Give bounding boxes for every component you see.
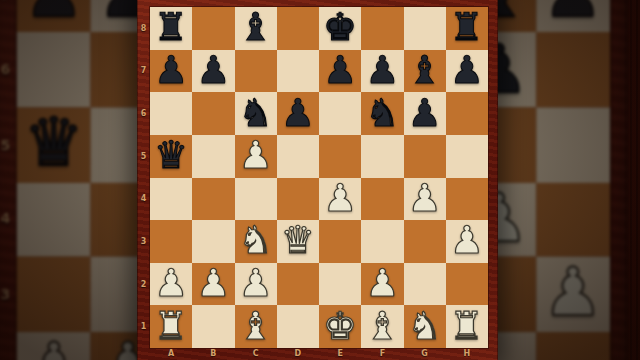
square-f3[interactable]: [361, 220, 403, 263]
square-a3[interactable]: [150, 220, 192, 263]
square-f8[interactable]: [361, 7, 403, 50]
square-e2[interactable]: [319, 263, 361, 306]
square-a2: ♟: [16, 332, 90, 360]
square-c7[interactable]: [235, 50, 277, 93]
square-e6[interactable]: [319, 92, 361, 135]
file-label-D: D: [277, 347, 319, 360]
square-c6[interactable]: ♞: [235, 92, 277, 135]
file-label-C: C: [235, 347, 277, 360]
square-e7[interactable]: ♟: [319, 50, 361, 93]
square-d3[interactable]: ♛: [277, 220, 319, 263]
white-queen-d3[interactable]: ♛: [281, 219, 315, 261]
square-a1[interactable]: ♜: [150, 305, 192, 348]
black-bishop-g7[interactable]: ♝: [408, 49, 442, 91]
rank-label-3: 3: [137, 220, 150, 263]
file-label-G: G: [404, 347, 446, 360]
square-e1[interactable]: ♚: [319, 305, 361, 348]
black-knight-c6[interactable]: ♞: [239, 92, 273, 134]
square-d8[interactable]: [277, 7, 319, 50]
rank-label-2: 2: [137, 263, 150, 306]
square-h4: [535, 182, 609, 257]
rank-label-2: 2: [0, 332, 16, 360]
square-a7[interactable]: ♟: [150, 50, 192, 93]
black-pawn-b7[interactable]: ♟: [196, 49, 230, 91]
square-h2: [535, 332, 609, 360]
square-d1[interactable]: [277, 305, 319, 348]
square-f2[interactable]: ♟: [361, 263, 403, 306]
square-d7[interactable]: [277, 50, 319, 93]
black-rook-a8[interactable]: ♜: [154, 6, 188, 48]
black-queen-a5: ♛: [23, 106, 83, 180]
rank-label-7: 7: [0, 0, 16, 32]
rank-label-8: 8: [137, 7, 150, 50]
white-pawn-h3: ♟: [543, 256, 603, 330]
white-rook-a1[interactable]: ♜: [154, 305, 188, 347]
square-b7[interactable]: ♟: [192, 50, 234, 93]
white-pawn-f2[interactable]: ♟: [365, 262, 399, 304]
square-f5[interactable]: [361, 135, 403, 178]
square-b4[interactable]: [192, 178, 234, 221]
file-label-B: B: [192, 347, 234, 360]
black-queen-a5[interactable]: ♛: [154, 134, 188, 176]
square-d5[interactable]: [277, 135, 319, 178]
square-g6[interactable]: ♟: [404, 92, 446, 135]
rank-label-3: 3: [0, 257, 16, 332]
file-label-H: H: [446, 347, 488, 360]
white-pawn-h3[interactable]: ♟: [450, 219, 484, 261]
white-king-e1[interactable]: ♚: [323, 305, 357, 347]
white-pawn-e4[interactable]: ♟: [323, 177, 357, 219]
rank-label-5: 5: [137, 135, 150, 178]
square-e5[interactable]: [319, 135, 361, 178]
white-pawn-b2[interactable]: ♟: [196, 262, 230, 304]
black-pawn-g6[interactable]: ♟: [408, 92, 442, 134]
square-h2[interactable]: [446, 263, 488, 306]
square-g2[interactable]: [404, 263, 446, 306]
square-f1[interactable]: ♝: [361, 305, 403, 348]
square-g7[interactable]: ♝: [404, 50, 446, 93]
file-label-F: F: [361, 347, 403, 360]
black-rook-h8[interactable]: ♜: [450, 6, 484, 48]
square-b8[interactable]: [192, 7, 234, 50]
square-a5: ♛: [16, 107, 90, 182]
white-bishop-f1[interactable]: ♝: [365, 305, 399, 347]
white-pawn-c2[interactable]: ♟: [239, 262, 273, 304]
black-king-e8[interactable]: ♚: [323, 6, 357, 48]
chessboard: ♜♝♚♜♟♟♟♟♝♟♞♟♞♟♛♟♟♟♞♛♟♟♟♟♟♜♝♚♝♞♜ 87654321…: [137, 0, 498, 360]
square-h7: ♟: [535, 0, 609, 32]
square-h1[interactable]: ♜: [446, 305, 488, 348]
square-c2[interactable]: ♟: [235, 263, 277, 306]
black-pawn-h7: ♟: [543, 0, 603, 30]
square-e3[interactable]: [319, 220, 361, 263]
square-h5[interactable]: [446, 135, 488, 178]
square-g1[interactable]: ♞: [404, 305, 446, 348]
square-c8[interactable]: ♝: [235, 7, 277, 50]
video-frame: ♜♝♚♜♟♟♟♟♝♟♞♟♞♟♛♟♟♟♞♛♟♟♟♟♟♜♝♚♝♞♜ 87654321…: [0, 0, 640, 360]
white-pawn-c5[interactable]: ♟: [239, 134, 273, 176]
white-pawn-g4[interactable]: ♟: [408, 177, 442, 219]
square-a7: ♟: [16, 0, 90, 32]
board-grid: ♜♝♚♜♟♟♟♟♝♟♞♟♞♟♛♟♟♟♞♛♟♟♟♟♟♜♝♚♝♞♜: [150, 7, 488, 348]
square-h4[interactable]: [446, 178, 488, 221]
square-d4[interactable]: [277, 178, 319, 221]
square-h7[interactable]: ♟: [446, 50, 488, 93]
square-h6: [535, 32, 609, 107]
file-labels: ABCDEFGH: [150, 347, 488, 360]
black-pawn-a7: ♟: [23, 0, 83, 30]
square-h3[interactable]: ♟: [446, 220, 488, 263]
square-c4[interactable]: [235, 178, 277, 221]
white-pawn-a2[interactable]: ♟: [154, 262, 188, 304]
square-a3: [16, 257, 90, 332]
white-knight-c3[interactable]: ♞: [239, 219, 273, 261]
square-e4[interactable]: ♟: [319, 178, 361, 221]
square-d6[interactable]: ♟: [277, 92, 319, 135]
square-g8[interactable]: [404, 7, 446, 50]
black-pawn-h7[interactable]: ♟: [450, 49, 484, 91]
square-f6[interactable]: ♞: [361, 92, 403, 135]
square-e8[interactable]: ♚: [319, 7, 361, 50]
square-b1[interactable]: [192, 305, 234, 348]
square-a8[interactable]: ♜: [150, 7, 192, 50]
square-b6[interactable]: [192, 92, 234, 135]
square-g5[interactable]: [404, 135, 446, 178]
rank-label-4: 4: [0, 182, 16, 257]
square-c1[interactable]: ♝: [235, 305, 277, 348]
black-pawn-d6[interactable]: ♟: [281, 92, 315, 134]
black-pawn-a7[interactable]: ♟: [154, 49, 188, 91]
rank-label-7: 7: [137, 50, 150, 93]
square-f7[interactable]: ♟: [361, 50, 403, 93]
square-b2[interactable]: ♟: [192, 263, 234, 306]
black-pawn-f7[interactable]: ♟: [365, 49, 399, 91]
black-knight-f6[interactable]: ♞: [365, 92, 399, 134]
square-a6[interactable]: [150, 92, 192, 135]
rank-label-6: 6: [0, 32, 16, 107]
square-a4[interactable]: [150, 178, 192, 221]
file-label-A: A: [150, 347, 192, 360]
square-b3[interactable]: [192, 220, 234, 263]
black-pawn-e7[interactable]: ♟: [323, 49, 357, 91]
white-bishop-c1[interactable]: ♝: [239, 305, 273, 347]
white-rook-h1[interactable]: ♜: [450, 305, 484, 347]
square-a4: [16, 182, 90, 257]
square-g4[interactable]: ♟: [404, 178, 446, 221]
white-knight-g1[interactable]: ♞: [408, 305, 442, 347]
rank-label-6: 6: [137, 92, 150, 135]
rank-label-5: 5: [0, 107, 16, 182]
file-label-E: E: [319, 347, 361, 360]
rank-label-4: 4: [137, 178, 150, 221]
square-f4[interactable]: [361, 178, 403, 221]
white-pawn-a2: ♟: [23, 330, 83, 360]
square-h8[interactable]: ♜: [446, 7, 488, 50]
square-h3: ♟: [535, 257, 609, 332]
rank-label-1: 1: [137, 305, 150, 348]
rank-labels: 87654321: [137, 7, 150, 348]
square-h6[interactable]: [446, 92, 488, 135]
square-a2[interactable]: ♟: [150, 263, 192, 306]
square-h5: [535, 107, 609, 182]
square-a6: [16, 32, 90, 107]
square-c3[interactable]: ♞: [235, 220, 277, 263]
black-bishop-c8[interactable]: ♝: [239, 6, 273, 48]
square-b5[interactable]: [192, 135, 234, 178]
square-c5[interactable]: ♟: [235, 135, 277, 178]
background-rank-labels: 87654321: [0, 0, 16, 360]
square-g3[interactable]: [404, 220, 446, 263]
square-a5[interactable]: ♛: [150, 135, 192, 178]
square-d2[interactable]: [277, 263, 319, 306]
